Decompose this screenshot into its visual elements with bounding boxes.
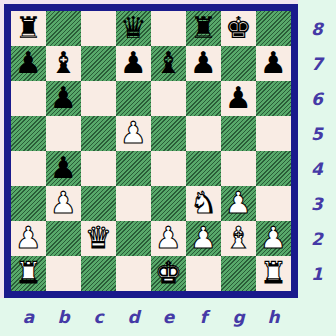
square-e4[interactable] <box>151 151 186 186</box>
square-h5[interactable] <box>256 116 291 151</box>
square-f1[interactable] <box>186 256 221 291</box>
piece-black-pawn: ♟ <box>50 83 77 113</box>
piece-white-pawn: ♟ <box>225 188 252 218</box>
rank-coordinates: 87654321 <box>298 11 336 291</box>
rank-label-4: 4 <box>298 151 336 186</box>
square-d3[interactable] <box>116 186 151 221</box>
piece-white-pawn: ♟ <box>50 188 77 218</box>
piece-white-rook: ♜ <box>260 258 287 288</box>
rank-label-5: 5 <box>298 116 336 151</box>
piece-white-pawn: ♟ <box>190 223 217 253</box>
square-b1[interactable] <box>46 256 81 291</box>
file-label-c: c <box>81 298 116 336</box>
square-c3[interactable] <box>81 186 116 221</box>
file-coordinates: abcdefgh <box>11 298 291 336</box>
square-h7[interactable]: ♟ <box>256 46 291 81</box>
square-f4[interactable] <box>186 151 221 186</box>
file-label-h: h <box>256 298 291 336</box>
square-g1[interactable] <box>221 256 256 291</box>
square-g8[interactable]: ♚ <box>221 11 256 46</box>
rank-label-7: 7 <box>298 46 336 81</box>
board-grid: ♜♛♜♚♟♝♟♝♟♟♟♟♟♟♟♞♟♟♛♟♟♝♟♜♚♜ <box>11 11 291 291</box>
square-e8[interactable] <box>151 11 186 46</box>
piece-black-bishop: ♝ <box>50 48 77 78</box>
square-h8[interactable] <box>256 11 291 46</box>
piece-white-pawn: ♟ <box>15 223 42 253</box>
square-e1[interactable]: ♚ <box>151 256 186 291</box>
piece-white-bishop: ♝ <box>225 223 252 253</box>
square-a8[interactable]: ♜ <box>11 11 46 46</box>
square-e3[interactable] <box>151 186 186 221</box>
square-g6[interactable]: ♟ <box>221 81 256 116</box>
square-c6[interactable] <box>81 81 116 116</box>
piece-black-rook: ♜ <box>15 13 42 43</box>
square-b2[interactable] <box>46 221 81 256</box>
square-a3[interactable] <box>11 186 46 221</box>
file-label-b: b <box>46 298 81 336</box>
square-f8[interactable]: ♜ <box>186 11 221 46</box>
rank-label-2: 2 <box>298 221 336 256</box>
piece-white-rook: ♜ <box>15 258 42 288</box>
square-c8[interactable] <box>81 11 116 46</box>
piece-black-pawn: ♟ <box>15 48 42 78</box>
square-f5[interactable] <box>186 116 221 151</box>
file-label-a: a <box>11 298 46 336</box>
square-b5[interactable] <box>46 116 81 151</box>
square-h4[interactable] <box>256 151 291 186</box>
square-d7[interactable]: ♟ <box>116 46 151 81</box>
square-e6[interactable] <box>151 81 186 116</box>
square-b6[interactable]: ♟ <box>46 81 81 116</box>
piece-black-pawn: ♟ <box>225 83 252 113</box>
square-e7[interactable]: ♝ <box>151 46 186 81</box>
square-b4[interactable]: ♟ <box>46 151 81 186</box>
piece-black-queen: ♛ <box>120 13 147 43</box>
square-g2[interactable]: ♝ <box>221 221 256 256</box>
piece-black-king: ♚ <box>225 13 252 43</box>
square-d5[interactable]: ♟ <box>116 116 151 151</box>
rank-label-3: 3 <box>298 186 336 221</box>
file-label-f: f <box>186 298 221 336</box>
square-h2[interactable]: ♟ <box>256 221 291 256</box>
square-c7[interactable] <box>81 46 116 81</box>
square-g7[interactable] <box>221 46 256 81</box>
square-f6[interactable] <box>186 81 221 116</box>
square-a1[interactable]: ♜ <box>11 256 46 291</box>
square-b7[interactable]: ♝ <box>46 46 81 81</box>
square-a7[interactable]: ♟ <box>11 46 46 81</box>
piece-white-queen: ♛ <box>85 223 112 253</box>
square-b3[interactable]: ♟ <box>46 186 81 221</box>
square-b8[interactable] <box>46 11 81 46</box>
piece-black-pawn: ♟ <box>190 48 217 78</box>
square-d8[interactable]: ♛ <box>116 11 151 46</box>
piece-white-pawn: ♟ <box>155 223 182 253</box>
piece-black-pawn: ♟ <box>120 48 147 78</box>
square-a2[interactable]: ♟ <box>11 221 46 256</box>
square-d4[interactable] <box>116 151 151 186</box>
piece-white-knight: ♞ <box>190 188 217 218</box>
square-c4[interactable] <box>81 151 116 186</box>
square-g5[interactable] <box>221 116 256 151</box>
square-d2[interactable] <box>116 221 151 256</box>
piece-white-king: ♚ <box>155 258 182 288</box>
square-h1[interactable]: ♜ <box>256 256 291 291</box>
square-f2[interactable]: ♟ <box>186 221 221 256</box>
square-d1[interactable] <box>116 256 151 291</box>
file-label-d: d <box>116 298 151 336</box>
rank-label-8: 8 <box>298 11 336 46</box>
square-f7[interactable]: ♟ <box>186 46 221 81</box>
square-h6[interactable] <box>256 81 291 116</box>
square-c1[interactable] <box>81 256 116 291</box>
chess-board-frame: ♜♛♜♚♟♝♟♝♟♟♟♟♟♟♟♞♟♟♛♟♟♝♟♜♚♜ <box>4 4 298 298</box>
piece-white-pawn: ♟ <box>260 223 287 253</box>
piece-black-pawn: ♟ <box>260 48 287 78</box>
rank-label-1: 1 <box>298 256 336 291</box>
piece-white-pawn: ♟ <box>120 118 147 148</box>
square-e2[interactable]: ♟ <box>151 221 186 256</box>
square-c5[interactable] <box>81 116 116 151</box>
file-label-e: e <box>151 298 186 336</box>
square-a5[interactable] <box>11 116 46 151</box>
square-f3[interactable]: ♞ <box>186 186 221 221</box>
square-d6[interactable] <box>116 81 151 116</box>
piece-black-rook: ♜ <box>190 13 217 43</box>
square-g3[interactable]: ♟ <box>221 186 256 221</box>
square-g4[interactable] <box>221 151 256 186</box>
square-h3[interactable] <box>256 186 291 221</box>
file-label-g: g <box>221 298 256 336</box>
rank-label-6: 6 <box>298 81 336 116</box>
square-e5[interactable] <box>151 116 186 151</box>
piece-black-pawn: ♟ <box>50 153 77 183</box>
square-c2[interactable]: ♛ <box>81 221 116 256</box>
square-a6[interactable] <box>11 81 46 116</box>
square-a4[interactable] <box>11 151 46 186</box>
piece-black-bishop: ♝ <box>155 48 182 78</box>
